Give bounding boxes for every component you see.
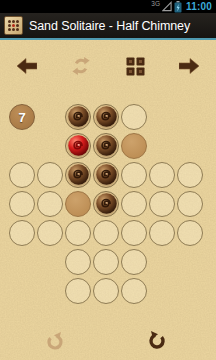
cell-r1c2[interactable] (64, 131, 92, 160)
cell-r3c4[interactable] (120, 189, 148, 218)
cell-r4c6[interactable] (176, 218, 204, 247)
cell-r6c3[interactable] (92, 276, 120, 305)
empty-hole (93, 220, 119, 246)
empty-hole (93, 278, 119, 304)
peg-hole (93, 133, 119, 159)
clock: 11:00 (186, 1, 212, 12)
cell-r3c3[interactable] (92, 189, 120, 218)
empty-hole (177, 162, 203, 188)
signal-triangle-icon (162, 1, 172, 12)
cell-r0c3[interactable] (92, 102, 120, 131)
app-title: Sand Solitaire - Half Chimney (29, 19, 190, 33)
cell-r3c1[interactable] (36, 189, 64, 218)
cell-r1c3[interactable] (92, 131, 120, 160)
cell-r5c0 (8, 247, 36, 276)
peg-hole (93, 191, 119, 217)
empty-hole (121, 162, 147, 188)
cell-r4c4[interactable] (120, 218, 148, 247)
cell-r6c6 (176, 276, 204, 305)
cell-r2c3[interactable] (92, 160, 120, 189)
cell-r2c4[interactable] (120, 160, 148, 189)
empty-hole (65, 220, 91, 246)
cell-r1c6 (176, 131, 204, 160)
cell-r6c5 (148, 276, 176, 305)
forward-arrow-icon (179, 58, 199, 74)
cell-r0c0 (8, 102, 36, 131)
cell-r4c1[interactable] (36, 218, 64, 247)
empty-hole (121, 249, 147, 275)
cell-r3c6[interactable] (176, 189, 204, 218)
empty-hole (9, 191, 35, 217)
peg-ball (68, 106, 89, 127)
cell-r0c6 (176, 102, 204, 131)
landing-spot-highlight (65, 191, 91, 217)
peg-ball (68, 164, 89, 185)
empty-hole (37, 191, 63, 217)
empty-hole (121, 278, 147, 304)
redo-button[interactable] (143, 327, 171, 355)
empty-hole (121, 220, 147, 246)
undo-button[interactable] (41, 328, 69, 356)
cell-r5c2[interactable] (64, 247, 92, 276)
restart-button[interactable] (54, 40, 108, 92)
cell-r3c5[interactable] (148, 189, 176, 218)
peg-ball (96, 164, 117, 185)
cell-r2c1[interactable] (36, 160, 64, 189)
action-bar: Sand Solitaire - Half Chimney (0, 13, 216, 40)
cell-r6c0 (8, 276, 36, 305)
cell-r2c5[interactable] (148, 160, 176, 189)
empty-hole (149, 191, 175, 217)
network-type-label: 3G (151, 1, 160, 8)
forward-button[interactable] (162, 40, 216, 92)
empty-hole (177, 191, 203, 217)
restart-icon (71, 56, 91, 76)
empty-hole (9, 220, 35, 246)
selected-red-peg-ball (68, 135, 89, 156)
back-arrow-icon (17, 58, 37, 74)
cell-r4c0[interactable] (8, 218, 36, 247)
cell-r2c2[interactable] (64, 160, 92, 189)
cell-r4c3[interactable] (92, 218, 120, 247)
cell-r1c1 (36, 131, 64, 160)
cell-r4c2[interactable] (64, 218, 92, 247)
empty-hole (65, 278, 91, 304)
cell-r0c5 (148, 102, 176, 131)
app-icon (4, 16, 23, 35)
levels-grid-button[interactable] (108, 40, 162, 92)
cell-r6c1 (36, 276, 64, 305)
levels-grid-icon (126, 57, 145, 76)
empty-hole (149, 220, 175, 246)
empty-hole (177, 220, 203, 246)
empty-hole (9, 162, 35, 188)
peg-ball (96, 193, 117, 214)
cell-r6c2[interactable] (64, 276, 92, 305)
peg-hole (93, 104, 119, 130)
landing-spot-highlight (121, 133, 147, 159)
redo-icon (147, 331, 167, 351)
cell-r1c5 (148, 131, 176, 160)
top-toolbar (0, 40, 216, 92)
back-button[interactable] (0, 40, 54, 92)
undo-icon (45, 332, 65, 352)
selected-peg-hole (65, 133, 91, 159)
peg-hole (65, 162, 91, 188)
board (8, 102, 204, 305)
cell-r2c6[interactable] (176, 160, 204, 189)
cell-r2c0[interactable] (8, 160, 36, 189)
empty-hole (121, 104, 147, 130)
empty-hole (121, 191, 147, 217)
cell-r6c4[interactable] (120, 276, 148, 305)
cell-r1c4[interactable] (120, 131, 148, 160)
cell-r5c5 (148, 247, 176, 276)
cell-r5c1 (36, 247, 64, 276)
cell-r3c0[interactable] (8, 189, 36, 218)
peg-hole (65, 104, 91, 130)
empty-hole (149, 162, 175, 188)
cell-r1c0 (8, 131, 36, 160)
empty-hole (93, 249, 119, 275)
battery-charging-icon (174, 1, 182, 13)
cell-r0c1 (36, 102, 64, 131)
cell-r4c5[interactable] (148, 218, 176, 247)
cell-r5c4[interactable] (120, 247, 148, 276)
empty-hole (65, 249, 91, 275)
cell-r5c3[interactable] (92, 247, 120, 276)
cell-r5c6 (176, 247, 204, 276)
status-bar: 3G 11:00 (0, 0, 216, 13)
empty-hole (37, 162, 63, 188)
cell-r3c2[interactable] (64, 189, 92, 218)
peg-hole (93, 162, 119, 188)
empty-hole (37, 220, 63, 246)
cell-r0c2[interactable] (64, 102, 92, 131)
cell-r0c4[interactable] (120, 102, 148, 131)
peg-ball (96, 135, 117, 156)
peg-ball (96, 106, 117, 127)
